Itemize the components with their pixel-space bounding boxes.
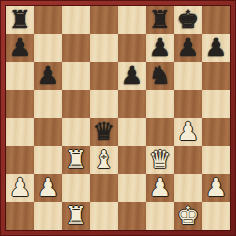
chess-board: ♜♜♚♟♟♟♟♟♟♞♛♟♜♝♛♟♟♟♟♜♚ — [6, 6, 230, 230]
piece-white-pawn-a2[interactable]: ♟ — [9, 174, 31, 202]
square-c3[interactable]: ♜ — [62, 146, 90, 174]
square-b1[interactable] — [34, 202, 62, 230]
square-b5[interactable] — [34, 90, 62, 118]
square-e5[interactable] — [118, 90, 146, 118]
piece-black-king-g8[interactable]: ♚ — [177, 6, 199, 34]
square-c5[interactable] — [62, 90, 90, 118]
square-g4[interactable]: ♟ — [174, 118, 202, 146]
square-e1[interactable] — [118, 202, 146, 230]
square-a4[interactable] — [6, 118, 34, 146]
piece-white-pawn-g4[interactable]: ♟ — [177, 118, 199, 146]
square-g6[interactable] — [174, 62, 202, 90]
piece-black-pawn-e6[interactable]: ♟ — [121, 62, 143, 90]
square-c6[interactable] — [62, 62, 90, 90]
square-g1[interactable]: ♚ — [174, 202, 202, 230]
square-d4[interactable]: ♛ — [90, 118, 118, 146]
square-b3[interactable] — [34, 146, 62, 174]
square-g2[interactable] — [174, 174, 202, 202]
square-f7[interactable]: ♟ — [146, 34, 174, 62]
square-h3[interactable] — [202, 146, 230, 174]
square-c1[interactable]: ♜ — [62, 202, 90, 230]
square-h8[interactable] — [202, 6, 230, 34]
piece-black-rook-f8[interactable]: ♜ — [149, 6, 171, 34]
square-b7[interactable] — [34, 34, 62, 62]
square-g3[interactable] — [174, 146, 202, 174]
square-d1[interactable] — [90, 202, 118, 230]
square-a5[interactable] — [6, 90, 34, 118]
piece-black-pawn-a7[interactable]: ♟ — [9, 34, 31, 62]
piece-black-pawn-g7[interactable]: ♟ — [177, 34, 199, 62]
square-h5[interactable] — [202, 90, 230, 118]
square-h7[interactable]: ♟ — [202, 34, 230, 62]
chess-board-frame: ♜♜♚♟♟♟♟♟♟♞♛♟♜♝♛♟♟♟♟♜♚ — [0, 0, 236, 236]
square-f5[interactable] — [146, 90, 174, 118]
square-c2[interactable] — [62, 174, 90, 202]
square-c7[interactable] — [62, 34, 90, 62]
piece-white-pawn-b2[interactable]: ♟ — [37, 174, 59, 202]
piece-black-rook-a8[interactable]: ♜ — [9, 6, 31, 34]
square-c4[interactable] — [62, 118, 90, 146]
square-h2[interactable]: ♟ — [202, 174, 230, 202]
square-g7[interactable]: ♟ — [174, 34, 202, 62]
square-d6[interactable] — [90, 62, 118, 90]
piece-black-knight-f6[interactable]: ♞ — [149, 62, 171, 90]
square-c8[interactable] — [62, 6, 90, 34]
square-b4[interactable] — [34, 118, 62, 146]
square-f4[interactable] — [146, 118, 174, 146]
piece-white-king-g1[interactable]: ♚ — [177, 202, 199, 230]
square-a7[interactable]: ♟ — [6, 34, 34, 62]
piece-black-pawn-b6[interactable]: ♟ — [37, 62, 59, 90]
square-e2[interactable] — [118, 174, 146, 202]
square-d2[interactable] — [90, 174, 118, 202]
piece-black-queen-d4[interactable]: ♛ — [93, 118, 115, 146]
square-a3[interactable] — [6, 146, 34, 174]
square-b8[interactable] — [34, 6, 62, 34]
square-b6[interactable]: ♟ — [34, 62, 62, 90]
piece-white-queen-f3[interactable]: ♛ — [149, 146, 171, 174]
square-f2[interactable]: ♟ — [146, 174, 174, 202]
piece-white-pawn-f2[interactable]: ♟ — [149, 174, 171, 202]
square-d5[interactable] — [90, 90, 118, 118]
square-e8[interactable] — [118, 6, 146, 34]
square-h1[interactable] — [202, 202, 230, 230]
piece-white-bishop-d3[interactable]: ♝ — [93, 146, 115, 174]
square-d3[interactable]: ♝ — [90, 146, 118, 174]
square-e4[interactable] — [118, 118, 146, 146]
square-g8[interactable]: ♚ — [174, 6, 202, 34]
square-a2[interactable]: ♟ — [6, 174, 34, 202]
square-g5[interactable] — [174, 90, 202, 118]
square-f8[interactable]: ♜ — [146, 6, 174, 34]
square-a1[interactable] — [6, 202, 34, 230]
square-b2[interactable]: ♟ — [34, 174, 62, 202]
square-d7[interactable] — [90, 34, 118, 62]
piece-white-rook-c3[interactable]: ♜ — [65, 146, 87, 174]
square-e3[interactable] — [118, 146, 146, 174]
piece-white-pawn-h2[interactable]: ♟ — [205, 174, 227, 202]
piece-white-rook-c1[interactable]: ♜ — [65, 202, 87, 230]
piece-black-pawn-f7[interactable]: ♟ — [149, 34, 171, 62]
square-h4[interactable] — [202, 118, 230, 146]
square-h6[interactable] — [202, 62, 230, 90]
piece-black-pawn-h7[interactable]: ♟ — [205, 34, 227, 62]
square-a6[interactable] — [6, 62, 34, 90]
square-e7[interactable] — [118, 34, 146, 62]
square-f3[interactable]: ♛ — [146, 146, 174, 174]
square-d8[interactable] — [90, 6, 118, 34]
square-a8[interactable]: ♜ — [6, 6, 34, 34]
square-f1[interactable] — [146, 202, 174, 230]
square-f6[interactable]: ♞ — [146, 62, 174, 90]
square-e6[interactable]: ♟ — [118, 62, 146, 90]
